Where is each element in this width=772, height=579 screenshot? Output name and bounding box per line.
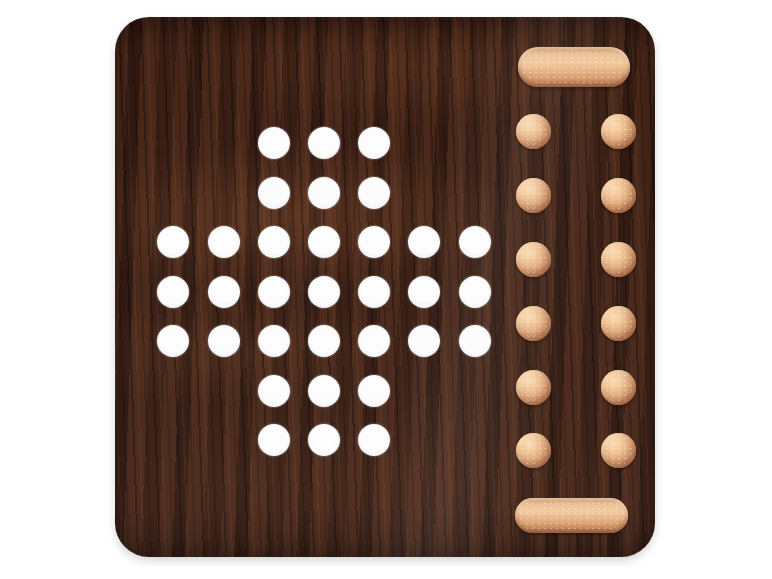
solitaire-board bbox=[115, 17, 655, 557]
storage-peg-r2c1[interactable] bbox=[516, 178, 551, 213]
hole-r6c3[interactable] bbox=[258, 375, 290, 407]
board-cell bbox=[148, 316, 198, 366]
off-board-cell bbox=[399, 168, 449, 218]
off-board-cell bbox=[148, 168, 198, 218]
hole-r4c1[interactable] bbox=[157, 276, 189, 308]
board-cell bbox=[399, 267, 449, 317]
board-cell bbox=[349, 415, 399, 465]
hole-r6c4[interactable] bbox=[308, 375, 340, 407]
board-cell bbox=[299, 267, 349, 317]
hole-r3c7[interactable] bbox=[459, 226, 491, 258]
board-cell bbox=[349, 366, 399, 416]
hole-r4c7[interactable] bbox=[459, 276, 491, 308]
rack-cell bbox=[491, 355, 576, 419]
holes-grid bbox=[148, 118, 499, 465]
rack-cell bbox=[576, 164, 661, 228]
hole-r5c2[interactable] bbox=[208, 325, 240, 357]
off-board-cell bbox=[199, 366, 249, 416]
board-cell bbox=[249, 267, 299, 317]
rack-cell bbox=[576, 100, 661, 164]
board-cell bbox=[199, 217, 249, 267]
hole-r3c5[interactable] bbox=[358, 226, 390, 258]
storage-peg-r3c2[interactable] bbox=[601, 242, 636, 277]
storage-peg-r1c1[interactable] bbox=[516, 114, 551, 149]
hole-r3c4[interactable] bbox=[308, 226, 340, 258]
off-board-cell bbox=[399, 415, 449, 465]
hole-r3c3[interactable] bbox=[258, 226, 290, 258]
rack-cell bbox=[491, 100, 576, 164]
board-cell bbox=[299, 168, 349, 218]
rack-cell bbox=[491, 228, 576, 292]
storage-peg-r1c2[interactable] bbox=[601, 114, 636, 149]
storage-peg-r4c2[interactable] bbox=[601, 306, 636, 341]
off-board-cell bbox=[199, 415, 249, 465]
hole-r2c5[interactable] bbox=[358, 177, 390, 209]
off-board-cell bbox=[199, 168, 249, 218]
hole-r1c3[interactable] bbox=[258, 127, 290, 159]
board-cell bbox=[349, 168, 399, 218]
hole-r7c5[interactable] bbox=[358, 424, 390, 456]
hole-r7c3[interactable] bbox=[258, 424, 290, 456]
storage-peg-r5c1[interactable] bbox=[516, 370, 551, 405]
board-cell bbox=[349, 118, 399, 168]
hole-r5c4[interactable] bbox=[308, 325, 340, 357]
board-cell bbox=[299, 366, 349, 416]
hole-r4c2[interactable] bbox=[208, 276, 240, 308]
board-cell bbox=[249, 217, 299, 267]
board-cell bbox=[249, 118, 299, 168]
board-cell bbox=[299, 217, 349, 267]
rack-cell bbox=[491, 291, 576, 355]
hole-r5c3[interactable] bbox=[258, 325, 290, 357]
off-board-cell bbox=[148, 415, 198, 465]
board-cell bbox=[249, 415, 299, 465]
storage-peg-r4c1[interactable] bbox=[516, 306, 551, 341]
board-cell bbox=[249, 366, 299, 416]
hole-r3c6[interactable] bbox=[408, 226, 440, 258]
board-cell bbox=[349, 267, 399, 317]
peg-rack-grid bbox=[491, 100, 661, 483]
rack-cell bbox=[491, 164, 576, 228]
storage-peg-r5c2[interactable] bbox=[601, 370, 636, 405]
hole-r2c4[interactable] bbox=[308, 177, 340, 209]
off-board-cell bbox=[399, 118, 449, 168]
hole-r4c3[interactable] bbox=[258, 276, 290, 308]
rack-cell bbox=[576, 291, 661, 355]
storage-peg-r6c2[interactable] bbox=[601, 433, 636, 468]
storage-peg-r3c1[interactable] bbox=[516, 242, 551, 277]
hole-r4c5[interactable] bbox=[358, 276, 390, 308]
rack-cell bbox=[491, 419, 576, 483]
board-cell bbox=[299, 415, 349, 465]
hole-r4c4[interactable] bbox=[308, 276, 340, 308]
photo-background bbox=[0, 0, 772, 579]
off-board-cell bbox=[399, 366, 449, 416]
board-cell bbox=[199, 267, 249, 317]
board-cell bbox=[148, 217, 198, 267]
hole-r1c5[interactable] bbox=[358, 127, 390, 159]
off-board-cell bbox=[148, 366, 198, 416]
board-cell bbox=[199, 316, 249, 366]
rack-cell bbox=[576, 228, 661, 292]
board-cell bbox=[299, 316, 349, 366]
hole-r3c2[interactable] bbox=[208, 226, 240, 258]
rack-cell bbox=[576, 355, 661, 419]
hole-r5c1[interactable] bbox=[157, 325, 189, 357]
board-cell bbox=[299, 118, 349, 168]
off-board-cell bbox=[199, 118, 249, 168]
hole-r3c1[interactable] bbox=[157, 226, 189, 258]
board-cell bbox=[349, 217, 399, 267]
capsule-piece-bottom[interactable] bbox=[515, 498, 628, 533]
hole-r2c3[interactable] bbox=[258, 177, 290, 209]
storage-peg-r2c2[interactable] bbox=[601, 178, 636, 213]
rack-cell bbox=[576, 419, 661, 483]
hole-r5c7[interactable] bbox=[459, 325, 491, 357]
off-board-cell bbox=[148, 118, 198, 168]
board-cell bbox=[249, 316, 299, 366]
board-cell bbox=[349, 316, 399, 366]
hole-r5c6[interactable] bbox=[408, 325, 440, 357]
board-cell bbox=[399, 217, 449, 267]
board-cell bbox=[249, 168, 299, 218]
capsule-piece-top[interactable] bbox=[518, 47, 630, 87]
board-cell bbox=[399, 316, 449, 366]
hole-r7c4[interactable] bbox=[308, 424, 340, 456]
storage-peg-r6c1[interactable] bbox=[516, 433, 551, 468]
hole-r5c5[interactable] bbox=[358, 325, 390, 357]
hole-r6c5[interactable] bbox=[358, 375, 390, 407]
hole-r1c4[interactable] bbox=[308, 127, 340, 159]
hole-r4c6[interactable] bbox=[408, 276, 440, 308]
board-cell bbox=[148, 267, 198, 317]
